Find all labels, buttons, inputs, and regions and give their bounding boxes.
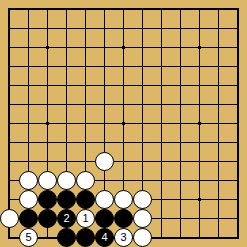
intersection[interactable] xyxy=(0,152,19,171)
intersection[interactable] xyxy=(190,95,209,114)
intersection[interactable] xyxy=(209,171,228,190)
intersection[interactable] xyxy=(171,152,190,171)
intersection[interactable] xyxy=(133,19,152,38)
intersection[interactable] xyxy=(76,19,95,38)
intersection[interactable] xyxy=(114,133,133,152)
intersection[interactable] xyxy=(76,228,95,247)
intersection[interactable] xyxy=(152,38,171,57)
intersection[interactable] xyxy=(114,76,133,95)
move-number-label: 2 xyxy=(63,213,69,224)
white-stone xyxy=(114,190,133,209)
move-number-label: 4 xyxy=(101,232,107,243)
intersection[interactable] xyxy=(114,152,133,171)
intersection[interactable] xyxy=(171,0,190,19)
intersection[interactable] xyxy=(57,95,76,114)
black-stone xyxy=(38,209,57,228)
intersection[interactable] xyxy=(190,209,209,228)
intersection[interactable] xyxy=(76,38,95,57)
intersection[interactable] xyxy=(133,114,152,133)
intersection[interactable] xyxy=(133,133,152,152)
intersection[interactable] xyxy=(114,38,133,57)
intersection[interactable] xyxy=(228,190,247,209)
intersection[interactable] xyxy=(228,38,247,57)
intersection[interactable] xyxy=(133,38,152,57)
intersection[interactable] xyxy=(95,76,114,95)
intersection[interactable] xyxy=(0,114,19,133)
white-stone: 5 xyxy=(19,228,38,247)
intersection[interactable] xyxy=(38,38,57,57)
intersection[interactable] xyxy=(209,95,228,114)
intersection[interactable] xyxy=(133,95,152,114)
intersection[interactable] xyxy=(76,171,95,190)
intersection[interactable] xyxy=(114,0,133,19)
intersection[interactable] xyxy=(209,190,228,209)
intersection[interactable] xyxy=(209,57,228,76)
intersection[interactable] xyxy=(19,171,38,190)
intersection[interactable] xyxy=(152,0,171,19)
intersection[interactable] xyxy=(152,190,171,209)
intersection[interactable] xyxy=(38,133,57,152)
intersection[interactable] xyxy=(114,209,133,228)
intersection[interactable] xyxy=(190,152,209,171)
intersection[interactable] xyxy=(171,38,190,57)
intersection[interactable] xyxy=(0,57,19,76)
black-stone: 2 xyxy=(57,209,76,228)
move-number-label: 1 xyxy=(82,213,88,224)
intersection[interactable] xyxy=(0,228,19,247)
intersection[interactable] xyxy=(228,76,247,95)
intersection[interactable] xyxy=(228,209,247,228)
intersection[interactable] xyxy=(95,57,114,76)
intersection[interactable] xyxy=(38,19,57,38)
intersection[interactable] xyxy=(95,95,114,114)
star-point xyxy=(198,198,201,201)
black-stone xyxy=(19,209,38,228)
move-number-label: 5 xyxy=(25,232,31,243)
intersection[interactable] xyxy=(209,19,228,38)
intersection[interactable] xyxy=(228,0,247,19)
intersection[interactable] xyxy=(171,95,190,114)
go-board: 21543 xyxy=(0,0,247,247)
intersection[interactable] xyxy=(133,57,152,76)
intersection[interactable] xyxy=(190,57,209,76)
intersection[interactable]: 3 xyxy=(114,228,133,247)
intersection[interactable] xyxy=(19,19,38,38)
intersection[interactable] xyxy=(57,133,76,152)
black-stone xyxy=(114,209,133,228)
intersection[interactable]: 1 xyxy=(76,209,95,228)
black-stone xyxy=(38,190,57,209)
intersection[interactable] xyxy=(133,171,152,190)
black-stone xyxy=(95,209,114,228)
intersection[interactable] xyxy=(209,209,228,228)
intersection[interactable] xyxy=(114,95,133,114)
intersection[interactable] xyxy=(152,152,171,171)
intersection[interactable] xyxy=(19,209,38,228)
intersection[interactable] xyxy=(57,152,76,171)
intersection[interactable] xyxy=(133,190,152,209)
intersection[interactable] xyxy=(95,114,114,133)
intersection[interactable] xyxy=(152,57,171,76)
intersection[interactable] xyxy=(95,209,114,228)
intersection[interactable] xyxy=(228,57,247,76)
intersection[interactable] xyxy=(133,152,152,171)
intersection[interactable] xyxy=(190,133,209,152)
intersection[interactable] xyxy=(19,76,38,95)
intersection[interactable] xyxy=(76,0,95,19)
intersection[interactable] xyxy=(171,209,190,228)
intersection[interactable] xyxy=(171,190,190,209)
intersection[interactable] xyxy=(190,0,209,19)
white-stone xyxy=(38,171,57,190)
intersection[interactable] xyxy=(57,19,76,38)
star-point xyxy=(46,122,49,125)
intersection[interactable] xyxy=(190,228,209,247)
intersection[interactable] xyxy=(209,76,228,95)
intersection[interactable] xyxy=(0,209,19,228)
intersection[interactable] xyxy=(114,19,133,38)
intersection[interactable] xyxy=(19,95,38,114)
intersection[interactable] xyxy=(76,133,95,152)
black-stone xyxy=(76,190,95,209)
star-point xyxy=(122,46,125,49)
intersection[interactable] xyxy=(38,152,57,171)
white-stone xyxy=(133,190,152,209)
intersection[interactable] xyxy=(190,114,209,133)
intersection[interactable] xyxy=(152,171,171,190)
intersection[interactable] xyxy=(38,190,57,209)
intersection[interactable] xyxy=(19,114,38,133)
white-stone: 1 xyxy=(76,209,95,228)
intersection[interactable]: 2 xyxy=(57,209,76,228)
intersection[interactable] xyxy=(171,19,190,38)
intersection[interactable] xyxy=(228,114,247,133)
intersection[interactable] xyxy=(209,0,228,19)
white-stone: 3 xyxy=(114,228,133,247)
white-stone xyxy=(76,171,95,190)
intersection[interactable] xyxy=(133,0,152,19)
intersection[interactable] xyxy=(76,95,95,114)
white-stone xyxy=(95,190,114,209)
intersection[interactable] xyxy=(57,76,76,95)
intersection[interactable] xyxy=(95,190,114,209)
intersection[interactable] xyxy=(76,190,95,209)
intersection[interactable] xyxy=(152,19,171,38)
intersection[interactable] xyxy=(190,171,209,190)
intersection[interactable] xyxy=(57,228,76,247)
star-point xyxy=(46,46,49,49)
intersection[interactable] xyxy=(19,38,38,57)
intersection[interactable] xyxy=(76,152,95,171)
intersection[interactable] xyxy=(171,171,190,190)
white-stone xyxy=(95,152,114,171)
intersection[interactable] xyxy=(95,171,114,190)
intersection[interactable] xyxy=(57,171,76,190)
intersection[interactable] xyxy=(95,133,114,152)
intersection[interactable] xyxy=(171,114,190,133)
intersection[interactable] xyxy=(38,57,57,76)
intersection[interactable] xyxy=(114,114,133,133)
intersection[interactable] xyxy=(38,228,57,247)
intersection[interactable] xyxy=(152,76,171,95)
intersection[interactable] xyxy=(0,133,19,152)
intersection[interactable] xyxy=(95,0,114,19)
intersection[interactable] xyxy=(76,76,95,95)
intersection[interactable] xyxy=(209,228,228,247)
intersection[interactable]: 4 xyxy=(95,228,114,247)
intersection[interactable] xyxy=(114,57,133,76)
intersection[interactable] xyxy=(152,95,171,114)
intersection[interactable] xyxy=(133,209,152,228)
intersection[interactable]: 5 xyxy=(19,228,38,247)
intersection[interactable] xyxy=(57,190,76,209)
intersection[interactable] xyxy=(152,228,171,247)
intersection[interactable] xyxy=(190,19,209,38)
intersection[interactable] xyxy=(114,190,133,209)
intersection[interactable] xyxy=(152,133,171,152)
intersection[interactable] xyxy=(0,171,19,190)
intersection[interactable] xyxy=(57,114,76,133)
intersection[interactable] xyxy=(38,76,57,95)
intersection[interactable] xyxy=(38,171,57,190)
white-stone xyxy=(19,171,38,190)
star-point xyxy=(122,122,125,125)
intersection[interactable] xyxy=(38,0,57,19)
intersection[interactable] xyxy=(19,133,38,152)
intersection[interactable] xyxy=(95,19,114,38)
intersection[interactable] xyxy=(19,57,38,76)
intersection[interactable] xyxy=(114,171,133,190)
intersection[interactable] xyxy=(228,228,247,247)
intersection[interactable] xyxy=(19,152,38,171)
intersection[interactable] xyxy=(152,114,171,133)
intersection[interactable] xyxy=(171,76,190,95)
intersection[interactable] xyxy=(209,133,228,152)
intersection[interactable] xyxy=(0,95,19,114)
intersection[interactable] xyxy=(190,190,209,209)
white-stone xyxy=(0,209,19,228)
white-stone xyxy=(57,171,76,190)
white-stone xyxy=(133,209,152,228)
intersection[interactable] xyxy=(171,228,190,247)
intersection[interactable] xyxy=(0,76,19,95)
star-point xyxy=(198,122,201,125)
intersection[interactable] xyxy=(0,38,19,57)
intersection[interactable] xyxy=(190,38,209,57)
intersection[interactable] xyxy=(133,76,152,95)
move-number-label: 3 xyxy=(120,232,126,243)
white-stone xyxy=(133,228,152,247)
intersection[interactable] xyxy=(228,133,247,152)
intersection[interactable] xyxy=(57,0,76,19)
intersection[interactable] xyxy=(228,19,247,38)
white-stone xyxy=(19,190,38,209)
intersection[interactable] xyxy=(228,171,247,190)
intersection[interactable] xyxy=(228,95,247,114)
intersection[interactable] xyxy=(209,114,228,133)
intersection[interactable] xyxy=(152,209,171,228)
black-stone xyxy=(76,228,95,247)
star-point xyxy=(198,46,201,49)
black-stone xyxy=(57,190,76,209)
intersection[interactable] xyxy=(95,152,114,171)
intersection[interactable] xyxy=(38,95,57,114)
intersection[interactable] xyxy=(228,152,247,171)
intersection[interactable] xyxy=(171,133,190,152)
intersection[interactable] xyxy=(57,38,76,57)
intersection[interactable] xyxy=(133,228,152,247)
intersection[interactable] xyxy=(0,0,19,19)
intersection[interactable] xyxy=(19,0,38,19)
intersection[interactable] xyxy=(38,114,57,133)
intersection[interactable] xyxy=(171,57,190,76)
intersection[interactable] xyxy=(209,38,228,57)
intersection[interactable] xyxy=(95,38,114,57)
intersection[interactable] xyxy=(190,76,209,95)
intersection[interactable] xyxy=(76,114,95,133)
intersection[interactable] xyxy=(0,19,19,38)
intersection[interactable] xyxy=(76,57,95,76)
intersection[interactable] xyxy=(19,190,38,209)
intersection[interactable] xyxy=(57,57,76,76)
intersection[interactable] xyxy=(38,209,57,228)
black-stone: 4 xyxy=(95,228,114,247)
black-stone xyxy=(57,228,76,247)
go-diagram: 21543 xyxy=(0,0,247,247)
intersection[interactable] xyxy=(209,152,228,171)
intersection[interactable] xyxy=(0,190,19,209)
